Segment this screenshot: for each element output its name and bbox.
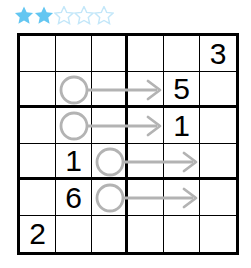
cell-r6c4[interactable] xyxy=(128,216,164,252)
cell-r6c6[interactable] xyxy=(200,216,236,252)
cell-r4c2[interactable]: 1 xyxy=(56,144,92,180)
star-outline-icon xyxy=(94,6,114,26)
cell-r4c4[interactable] xyxy=(128,144,164,180)
cell-r5c1[interactable] xyxy=(20,180,56,216)
cell-r1c6[interactable]: 3 xyxy=(200,36,236,72)
star-filled-icon xyxy=(14,6,34,26)
cell-r5c6[interactable] xyxy=(200,180,236,216)
cell-r2c4[interactable] xyxy=(128,72,164,108)
cell-r6c2[interactable] xyxy=(56,216,92,252)
cell-r1c5[interactable] xyxy=(164,36,200,72)
cell-r4c1[interactable] xyxy=(20,144,56,180)
cell-r5c3[interactable] xyxy=(92,180,128,216)
cell-r3c3[interactable] xyxy=(92,108,128,144)
cell-r2c5[interactable]: 5 xyxy=(164,72,200,108)
star-outline-icon xyxy=(54,6,74,26)
cell-r3c2[interactable] xyxy=(56,108,92,144)
cell-r1c4[interactable] xyxy=(128,36,164,72)
cell-r2c6[interactable] xyxy=(200,72,236,108)
cell-r6c3[interactable] xyxy=(92,216,128,252)
star-filled-icon xyxy=(34,6,54,26)
cell-r4c3[interactable] xyxy=(92,144,128,180)
cell-r2c1[interactable] xyxy=(20,72,56,108)
star-outline-icon xyxy=(74,6,94,26)
cell-r3c4[interactable] xyxy=(128,108,164,144)
cell-r4c5[interactable] xyxy=(164,144,200,180)
sudoku-grid: 3 5 1 1 6 2 xyxy=(20,36,236,252)
cell-r3c1[interactable] xyxy=(20,108,56,144)
cell-r5c2[interactable]: 6 xyxy=(56,180,92,216)
sudoku-board: 3 5 1 1 6 2 xyxy=(17,33,239,255)
cell-r2c2[interactable] xyxy=(56,72,92,108)
cell-r5c5[interactable] xyxy=(164,180,200,216)
cell-r2c3[interactable] xyxy=(92,72,128,108)
cell-r3c5[interactable]: 1 xyxy=(164,108,200,144)
cell-r1c1[interactable] xyxy=(20,36,56,72)
cell-r1c2[interactable] xyxy=(56,36,92,72)
cell-r6c1[interactable]: 2 xyxy=(20,216,56,252)
cell-r1c3[interactable] xyxy=(92,36,128,72)
cell-r5c4[interactable] xyxy=(128,180,164,216)
difficulty-rating xyxy=(14,6,114,26)
cell-r3c6[interactable] xyxy=(200,108,236,144)
cell-r6c5[interactable] xyxy=(164,216,200,252)
cell-r4c6[interactable] xyxy=(200,144,236,180)
